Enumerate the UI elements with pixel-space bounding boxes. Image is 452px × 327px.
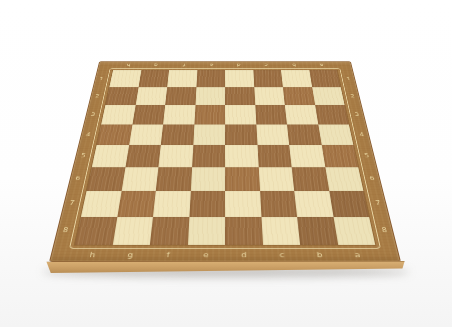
- square-e8: [187, 217, 225, 245]
- square-f3: [163, 105, 195, 124]
- file-label-top-h: h: [114, 62, 143, 67]
- file-label-top-d: d: [225, 62, 253, 67]
- square-c2: [254, 87, 285, 105]
- rank-label-left-2: 2: [90, 87, 105, 105]
- square-b5: [289, 145, 325, 167]
- rank-label-left-7: 7: [62, 191, 81, 217]
- square-h5: [92, 145, 129, 167]
- square-e4: [193, 124, 225, 145]
- square-e1: [196, 70, 225, 87]
- square-g1: [138, 70, 169, 87]
- square-a5: [321, 145, 358, 167]
- square-g2: [135, 87, 167, 105]
- square-b8: [297, 217, 338, 245]
- file-label-top-f: f: [170, 62, 198, 67]
- square-c7: [260, 191, 297, 217]
- square-g7: [117, 191, 156, 217]
- square-c3: [255, 105, 287, 124]
- file-label-top-e: e: [197, 62, 225, 67]
- rank-label-left-8: 8: [55, 216, 75, 244]
- chessboard: hgfedcba hgfedcba 12345678 12345678: [49, 61, 401, 262]
- square-g3: [132, 105, 165, 124]
- square-a8: [333, 217, 375, 245]
- square-h4: [97, 124, 132, 145]
- rank-label-right-3: 3: [349, 105, 365, 124]
- square-h7: [81, 191, 121, 217]
- rank-label-right-2: 2: [345, 87, 360, 105]
- file-label-bottom-h: h: [72, 249, 112, 260]
- square-f8: [150, 217, 189, 245]
- square-h3: [101, 105, 135, 124]
- square-g5: [125, 145, 161, 167]
- square-f5: [158, 145, 193, 167]
- square-a7: [329, 191, 369, 217]
- square-a4: [318, 124, 353, 145]
- square-f6: [156, 167, 192, 191]
- square-e2: [195, 87, 225, 105]
- square-a6: [325, 167, 364, 191]
- square-f1: [167, 70, 197, 87]
- square-d6: [225, 167, 260, 191]
- file-label-top-b: b: [280, 62, 308, 67]
- file-label-bottom-g: g: [111, 249, 150, 260]
- square-d7: [225, 191, 261, 217]
- square-h1: [109, 70, 141, 87]
- square-b4: [287, 124, 321, 145]
- photo-background: hgfedcba hgfedcba 12345678 12345678: [0, 0, 452, 327]
- file-label-top-a: a: [307, 62, 336, 67]
- file-labels-bottom: hgfedcba: [72, 249, 377, 260]
- square-f2: [165, 87, 196, 105]
- rank-label-right-8: 8: [375, 216, 395, 244]
- square-h2: [105, 87, 138, 105]
- square-a3: [315, 105, 349, 124]
- square-h8: [75, 217, 117, 245]
- rank-label-right-1: 1: [341, 71, 355, 88]
- square-f7: [153, 191, 190, 217]
- square-c5: [257, 145, 292, 167]
- square-a2: [312, 87, 345, 105]
- square-c6: [258, 167, 294, 191]
- square-b3: [285, 105, 318, 124]
- square-g6: [121, 167, 158, 191]
- file-label-top-c: c: [252, 62, 280, 67]
- rank-label-right-6: 6: [363, 167, 381, 191]
- file-label-top-g: g: [142, 62, 170, 67]
- playing-field: [75, 70, 375, 245]
- square-e6: [190, 167, 225, 191]
- rank-label-left-5: 5: [75, 145, 92, 167]
- square-d4: [225, 124, 257, 145]
- square-d2: [225, 87, 255, 105]
- square-b7: [294, 191, 333, 217]
- square-c4: [256, 124, 289, 145]
- rank-label-right-5: 5: [358, 145, 375, 167]
- rank-label-left-1: 1: [94, 71, 108, 88]
- file-label-bottom-a: a: [338, 249, 378, 260]
- square-e5: [192, 145, 225, 167]
- rank-label-left-6: 6: [69, 167, 87, 191]
- square-d5: [225, 145, 258, 167]
- square-g8: [112, 217, 153, 245]
- square-g4: [129, 124, 163, 145]
- file-label-bottom-d: d: [225, 249, 263, 260]
- square-c8: [261, 217, 300, 245]
- rank-label-right-4: 4: [354, 124, 370, 144]
- board-perspective-wrap: hgfedcba hgfedcba 12345678 12345678: [49, 61, 401, 262]
- rank-label-left-3: 3: [85, 105, 101, 124]
- rank-label-right-7: 7: [369, 191, 388, 217]
- file-label-bottom-e: e: [187, 249, 225, 260]
- file-label-bottom-f: f: [149, 249, 188, 260]
- square-b6: [292, 167, 329, 191]
- square-h6: [87, 167, 126, 191]
- file-label-bottom-c: c: [263, 249, 302, 260]
- square-c1: [253, 70, 283, 87]
- square-e3: [194, 105, 225, 124]
- square-d8: [225, 217, 263, 245]
- square-d3: [225, 105, 256, 124]
- square-e7: [189, 191, 225, 217]
- square-d1: [225, 70, 254, 87]
- file-labels-top: hgfedcba: [114, 62, 335, 67]
- rank-label-left-4: 4: [80, 124, 96, 144]
- square-a1: [309, 70, 341, 87]
- square-b1: [281, 70, 312, 87]
- square-f4: [161, 124, 194, 145]
- file-label-bottom-b: b: [300, 249, 339, 260]
- square-b2: [283, 87, 315, 105]
